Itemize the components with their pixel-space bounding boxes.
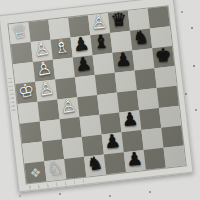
black-bishop-e7[interactable]: ♝ [92, 32, 110, 52]
square-f3[interactable]: ♟ [119, 110, 141, 132]
square-e7[interactable]: ♝ [90, 33, 112, 55]
square-h4[interactable] [157, 86, 179, 108]
square-e1[interactable] [104, 152, 126, 174]
white-pawn-b5[interactable]: ♙ [37, 78, 56, 99]
square-b4[interactable] [37, 99, 59, 121]
black-pawn-e2[interactable]: ♟ [104, 132, 122, 152]
square-e5[interactable] [95, 73, 117, 95]
black-queen-f8[interactable]: ♛ [110, 10, 127, 29]
white-bishop-c7[interactable]: ♗ [52, 37, 71, 57]
square-g7[interactable]: ♞ [130, 28, 152, 50]
square-c7[interactable]: ♗ [51, 38, 73, 60]
square-c1[interactable] [64, 157, 86, 179]
square-a4[interactable] [18, 102, 40, 124]
square-b5[interactable]: ♙ [35, 80, 57, 102]
white-king-a5[interactable]: ♔ [17, 80, 36, 101]
black-pawn-d6[interactable]: ♟ [74, 54, 92, 74]
black-pawn-f3[interactable]: ♟ [121, 110, 138, 129]
board-frame: ♕♙♛♙♗♟♝♞♙♟♟♚♔♙♙♟♟❖♘♞♟ [0, 0, 194, 192]
chess-board[interactable]: ♕♙♛♙♗♟♝♞♙♟♟♚♔♙♙♟♟❖♘♞♟ [7, 5, 186, 184]
black-pawn-f1[interactable]: ♟ [126, 149, 143, 168]
square-h6[interactable]: ♚ [152, 46, 174, 68]
square-c3[interactable] [60, 117, 82, 139]
square-e6[interactable] [93, 53, 115, 75]
square-a3[interactable] [20, 122, 42, 144]
square-a2[interactable] [22, 141, 44, 163]
square-c2[interactable] [62, 137, 84, 159]
square-d5[interactable] [75, 75, 97, 97]
square-f1[interactable]: ♟ [124, 150, 146, 172]
black-pawn-f6[interactable]: ♟ [115, 50, 132, 69]
square-h1[interactable] [164, 145, 186, 167]
square-c6[interactable] [53, 57, 75, 79]
square-h2[interactable] [161, 126, 183, 148]
square-d6[interactable]: ♟ [73, 55, 95, 77]
white-pawn-e8[interactable]: ♙ [90, 12, 108, 32]
square-d4[interactable] [77, 95, 99, 117]
square-h3[interactable] [159, 106, 181, 128]
black-pawn-d7[interactable]: ♟ [72, 34, 90, 54]
square-g6[interactable] [132, 48, 154, 70]
black-king-h6[interactable]: ♚ [155, 46, 172, 64]
black-knight-d1[interactable]: ♞ [86, 154, 104, 174]
square-e4[interactable] [97, 93, 119, 115]
white-pawn-c4[interactable]: ♙ [59, 96, 78, 116]
square-a5[interactable]: ♔ [15, 82, 37, 104]
square-a7[interactable] [11, 42, 33, 64]
table-surface: { "game": "chess", "scene": "overhead gr… [0, 0, 200, 200]
square-f6[interactable]: ♟ [112, 51, 134, 73]
square-g4[interactable] [137, 88, 159, 110]
square-b3[interactable] [40, 119, 62, 141]
square-h5[interactable] [154, 66, 176, 88]
square-d3[interactable] [79, 115, 101, 137]
square-g5[interactable] [135, 68, 157, 90]
square-a8[interactable]: ♕ [9, 22, 31, 44]
square-g2[interactable] [141, 128, 163, 150]
white-knight-b1[interactable]: ♘ [46, 158, 65, 179]
square-g3[interactable] [139, 108, 161, 130]
board-emblem-a1: ❖ [29, 165, 42, 179]
square-e2[interactable]: ♟ [102, 132, 124, 154]
black-knight-g7[interactable]: ♞ [132, 28, 149, 47]
square-g1[interactable] [144, 148, 166, 170]
square-h8[interactable] [148, 6, 170, 28]
square-c4[interactable]: ♙ [57, 97, 79, 119]
white-queen-a8[interactable]: ♕ [10, 21, 29, 42]
square-b1[interactable]: ♘ [44, 159, 66, 181]
square-f8[interactable]: ♛ [108, 11, 130, 33]
square-d1[interactable]: ♞ [84, 154, 106, 176]
square-f5[interactable] [115, 70, 137, 92]
square-a1[interactable]: ❖ [24, 161, 46, 183]
